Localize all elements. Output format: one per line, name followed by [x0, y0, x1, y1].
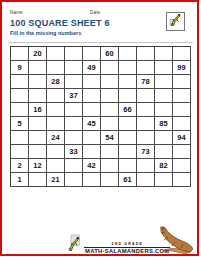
salamander-illustration: [154, 225, 198, 259]
grid-cell-empty[interactable]: [29, 131, 47, 145]
grid-cell-empty[interactable]: [137, 47, 155, 61]
grid-cell-empty[interactable]: [155, 145, 173, 159]
grid-cell-given: 1: [11, 173, 29, 187]
grid-cell-empty[interactable]: [173, 75, 191, 89]
grid-cell-empty[interactable]: [137, 61, 155, 75]
grid-cell-given: 49: [83, 61, 101, 75]
grid-cell-empty[interactable]: [119, 145, 137, 159]
grid-cell-empty[interactable]: [47, 159, 65, 173]
grid-cell-empty[interactable]: [155, 103, 173, 117]
grid-cell-empty[interactable]: [65, 47, 83, 61]
grid-cell-empty[interactable]: [173, 103, 191, 117]
grid-cell-empty[interactable]: [11, 47, 29, 61]
grid-cell-empty[interactable]: [29, 173, 47, 187]
grid-cell-empty[interactable]: [137, 131, 155, 145]
hundred-square-grid: 2060949992878371666545852454943373212428…: [10, 46, 191, 187]
grid-cell-empty[interactable]: [47, 103, 65, 117]
grid-cell-empty[interactable]: [11, 145, 29, 159]
grid-cell-empty[interactable]: [155, 75, 173, 89]
grid-cell-empty[interactable]: [29, 75, 47, 89]
grid-cell-empty[interactable]: [83, 173, 101, 187]
grid-cell-empty[interactable]: [119, 131, 137, 145]
grid-cell-empty[interactable]: [137, 159, 155, 173]
grid-cell-given: 5: [11, 117, 29, 131]
grid-cell-given: 45: [83, 117, 101, 131]
grid-cell-empty[interactable]: [155, 61, 173, 75]
grid-cell-empty[interactable]: [101, 145, 119, 159]
grid-cell-given: 54: [101, 131, 119, 145]
grid-cell-empty[interactable]: [11, 89, 29, 103]
instruction-text: Fill in the missing numbers: [10, 30, 81, 36]
grid-cell-empty[interactable]: [155, 89, 173, 103]
grid-cell-empty[interactable]: [137, 173, 155, 187]
grid-cell-empty[interactable]: [137, 117, 155, 131]
grid-cell-given: 28: [47, 75, 65, 89]
grid-cell-given: 82: [155, 159, 173, 173]
grid-cell-empty[interactable]: [101, 159, 119, 173]
grid-cell-empty[interactable]: [119, 75, 137, 89]
grid-cell-empty[interactable]: [47, 117, 65, 131]
grid-cell-given: 12: [29, 159, 47, 173]
grid-cell-empty[interactable]: [11, 103, 29, 117]
grid-cell-empty[interactable]: [11, 75, 29, 89]
grid-cell-given: 85: [155, 117, 173, 131]
grid-cell-empty[interactable]: [155, 173, 173, 187]
grid-cell-empty[interactable]: [65, 173, 83, 187]
grid-cell-given: 21: [47, 173, 65, 187]
grid-cell-empty[interactable]: [65, 131, 83, 145]
grid-cell-given: 20: [29, 47, 47, 61]
header-divider: [8, 42, 193, 43]
grid-cell-empty[interactable]: [47, 145, 65, 159]
grid-cell-empty[interactable]: [155, 131, 173, 145]
grid-cell-empty[interactable]: [173, 89, 191, 103]
grid-cell-empty[interactable]: [119, 89, 137, 103]
grid-cell-empty[interactable]: [83, 75, 101, 89]
salamander-icon: [67, 234, 82, 256]
grid-cell-empty[interactable]: [173, 173, 191, 187]
grid-cell-empty[interactable]: [119, 47, 137, 61]
grid-cell-given: 61: [119, 173, 137, 187]
grid-cell-given: 66: [119, 103, 137, 117]
grid-cell-empty[interactable]: [11, 131, 29, 145]
grid-cell-empty[interactable]: [101, 117, 119, 131]
grid-cell-empty[interactable]: [29, 89, 47, 103]
grid-cell-empty[interactable]: [101, 75, 119, 89]
grid-cell-empty[interactable]: [173, 145, 191, 159]
grid-cell-empty[interactable]: [119, 61, 137, 75]
math-salamanders-logo: [166, 12, 185, 31]
grid-cell-empty[interactable]: [101, 89, 119, 103]
grid-cell-empty[interactable]: [137, 89, 155, 103]
name-label: Name: [10, 10, 23, 15]
grid-cell-given: 78: [137, 75, 155, 89]
grid-cell-given: 37: [65, 89, 83, 103]
grid-cell-empty[interactable]: [83, 47, 101, 61]
grid-cell-empty[interactable]: [65, 103, 83, 117]
grid-cell-empty[interactable]: [101, 61, 119, 75]
grid-cell-given: 42: [83, 159, 101, 173]
grid-cell-empty[interactable]: [65, 159, 83, 173]
grid-cell-empty[interactable]: [137, 103, 155, 117]
grid-cell-given: 24: [47, 131, 65, 145]
grid-cell-empty[interactable]: [101, 173, 119, 187]
grid-cell-empty[interactable]: [83, 89, 101, 103]
salamander-icon: [169, 12, 183, 31]
grid-cell-empty[interactable]: [155, 47, 173, 61]
grid-cell-empty[interactable]: [173, 117, 191, 131]
grid-cell-given: 33: [65, 145, 83, 159]
grid-cell-given: 94: [173, 131, 191, 145]
grid-cell-empty[interactable]: [83, 103, 101, 117]
grid-cell-empty[interactable]: [83, 131, 101, 145]
grid-cell-empty[interactable]: [47, 89, 65, 103]
grid-cell-empty[interactable]: [29, 145, 47, 159]
worksheet-page: Name Date 100 SQUARE SHEET 6 Fill in the…: [0, 0, 201, 260]
grid-cell-empty[interactable]: [173, 47, 191, 61]
grid-cell-empty[interactable]: [47, 61, 65, 75]
grid-cell-given: 60: [101, 47, 119, 61]
grid-cell-given: 73: [137, 145, 155, 159]
grid-cell-empty[interactable]: [65, 75, 83, 89]
footer-tagline: 2ND GRADE: [112, 242, 143, 246]
grid-cell-given: 2: [11, 159, 29, 173]
grid-cell-given: 99: [173, 61, 191, 75]
grid-cell-empty[interactable]: [65, 61, 83, 75]
grid-cell-empty[interactable]: [119, 159, 137, 173]
grid-cell-empty[interactable]: [29, 61, 47, 75]
date-label: Date: [90, 10, 100, 15]
grid-cell-empty[interactable]: [29, 117, 47, 131]
grid-cell-empty[interactable]: [83, 145, 101, 159]
grid-cell-empty[interactable]: [173, 159, 191, 173]
grid-cell-empty[interactable]: [47, 47, 65, 61]
grid-cell-empty[interactable]: [65, 117, 83, 131]
grid-cell-empty[interactable]: [119, 117, 137, 131]
grid-cell-empty[interactable]: [101, 103, 119, 117]
page-title: 100 SQUARE SHEET 6: [10, 18, 110, 28]
grid-cell-given: 9: [11, 61, 29, 75]
grid-cell-given: 16: [29, 103, 47, 117]
